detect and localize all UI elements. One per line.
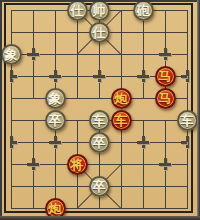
frame-edge-bottom	[0, 216, 200, 220]
piece-olive-elephant[interactable]: 象	[45, 88, 66, 109]
piece-red-horse[interactable]: 马	[155, 88, 176, 109]
frame-edge-top	[0, 0, 200, 2]
xiangqi-board[interactable]: 仕帅砲仕象象卒车车卒卒马炮马车将炮	[0, 0, 200, 220]
piece-olive-soldier[interactable]: 卒	[45, 110, 66, 131]
piece-olive-advisor[interactable]: 仕	[67, 0, 88, 21]
piece-red-general[interactable]: 将	[67, 154, 88, 175]
frame-edge-right	[197, 0, 200, 220]
piece-olive-chariot[interactable]: 车	[89, 110, 110, 131]
piece-olive-chariot[interactable]: 车	[177, 110, 198, 131]
screenshot: 仕帅砲仕象象卒车车卒卒马炮马车将炮	[0, 0, 200, 220]
piece-olive-cannon[interactable]: 砲	[133, 0, 154, 21]
frame-edge-left	[0, 0, 2, 220]
piece-red-cannon[interactable]: 炮	[111, 88, 132, 109]
piece-red-chariot[interactable]: 车	[111, 110, 132, 131]
piece-olive-elephant[interactable]: 象	[1, 44, 22, 65]
pieces-layer: 仕帅砲仕象象卒车车卒卒马炮马车将炮	[0, 0, 198, 219]
piece-olive-soldier[interactable]: 卒	[89, 132, 110, 153]
piece-olive-general[interactable]: 帅	[89, 0, 110, 21]
piece-olive-soldier[interactable]: 卒	[89, 176, 110, 197]
piece-red-horse[interactable]: 马	[155, 66, 176, 87]
piece-olive-advisor[interactable]: 仕	[89, 22, 110, 43]
